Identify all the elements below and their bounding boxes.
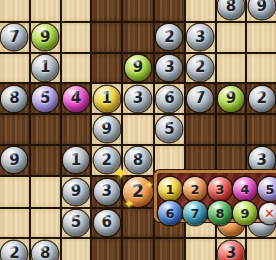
picker-digit: 7	[190, 207, 199, 220]
picker-digit: 3	[215, 183, 224, 196]
board-cell-r1c0[interactable]: 7	[0, 23, 29, 52]
marble-2[interactable]: 2	[249, 86, 275, 112]
marble-digit: 3	[256, 153, 266, 168]
picker-number-5[interactable]: 5	[258, 177, 276, 201]
board-cell-r4c0[interactable]	[0, 115, 29, 144]
marble-digit: 6	[164, 91, 174, 106]
board-cell-r0c2[interactable]	[62, 0, 91, 21]
board-cell-r1c7[interactable]	[217, 23, 246, 52]
board-cell-r8c7[interactable]: 3	[217, 239, 246, 260]
marble-2[interactable]: 2	[1, 241, 27, 260]
board-cell-r2c2[interactable]	[62, 54, 91, 83]
marble-digit: 3	[133, 91, 143, 106]
board-cell-r6c1[interactable]	[31, 177, 60, 207]
marble-9[interactable]: 9	[63, 179, 89, 205]
marble-digit: 5	[71, 215, 81, 230]
board-cell-r8c3[interactable]	[92, 239, 121, 260]
board-cell-r8c2[interactable]	[62, 239, 91, 260]
board-cell-r4c3[interactable]: 9	[92, 115, 121, 144]
board-cell-r2c7[interactable]	[217, 54, 246, 83]
picker-close-button[interactable]: ✕	[259, 203, 276, 224]
board-cell-r2c8[interactable]	[247, 54, 276, 83]
board-cell-r8c8[interactable]	[247, 239, 276, 260]
marble-8[interactable]: 8	[125, 147, 151, 173]
board-cell-r3c4[interactable]: 3	[123, 84, 153, 113]
marble-digit: 9	[226, 91, 236, 106]
marble-1[interactable]: 1	[32, 55, 58, 81]
marble-9[interactable]: 9	[125, 55, 151, 81]
marble-digit: 7	[9, 30, 19, 45]
picker-number-2[interactable]: 2	[183, 177, 207, 201]
board-cell-r0c5[interactable]	[155, 0, 184, 21]
board-cell-r7c3[interactable]: 6	[92, 209, 121, 238]
picker-number-1[interactable]: 1	[158, 177, 182, 201]
board-cell-r0c7[interactable]: 8	[217, 0, 246, 21]
marble-1[interactable]: 1	[63, 147, 89, 173]
marble-digit: 7	[195, 91, 205, 106]
marble-4[interactable]: 4	[63, 86, 89, 112]
board-cell-r2c3[interactable]	[92, 54, 121, 83]
picker-number-9[interactable]: 9	[233, 201, 257, 225]
board-cell-r5c1[interactable]	[31, 146, 60, 175]
board-cell-r7c2[interactable]: 5	[62, 209, 91, 238]
marble-digit: 2	[195, 60, 205, 75]
board-cell-r7c1[interactable]	[31, 209, 60, 238]
marble-digit: 3	[226, 246, 236, 260]
board-cell-r8c1[interactable]: 8	[31, 239, 60, 260]
marble-7[interactable]: 7	[1, 24, 27, 50]
board-cell-r3c8[interactable]: 2	[247, 84, 276, 113]
board-cell-r1c4[interactable]	[123, 23, 153, 52]
board-cell-r3c7[interactable]: 9	[217, 84, 246, 113]
marble-digit: 2	[132, 183, 144, 200]
marble-3[interactable]: 3	[156, 55, 182, 81]
board-cell-r3c3[interactable]: 1	[92, 84, 121, 113]
board-cell-r2c6[interactable]: 2	[186, 54, 215, 83]
number-picker: 123456789✕	[154, 170, 276, 222]
marble-3[interactable]: 3	[125, 86, 151, 112]
marble-digit: 2	[256, 91, 266, 106]
picker-digit: 4	[240, 183, 249, 196]
board-cell-r1c1[interactable]: 9	[31, 23, 60, 52]
board-cell-r5c4[interactable]: 8	[123, 146, 153, 175]
board-cell-r2c0[interactable]	[0, 54, 29, 83]
picker-number-3[interactable]: 3	[208, 177, 232, 201]
marble-digit: 5	[40, 91, 50, 106]
picker-digit: 2	[190, 183, 199, 196]
board-cell-r7c0[interactable]	[0, 209, 29, 238]
marble-digit: 8	[226, 0, 236, 14]
board-cell-r3c0[interactable]: 8	[0, 84, 29, 113]
board-cell-r0c3[interactable]	[92, 0, 121, 21]
board-cell-r0c1[interactable]	[31, 0, 60, 21]
board-cell-r4c7[interactable]	[217, 115, 246, 144]
marble-digit: 8	[9, 91, 19, 106]
marble-digit: 3	[195, 30, 205, 45]
picker-number-6[interactable]: 6	[158, 201, 182, 225]
board-cell-r0c8[interactable]: 9	[247, 0, 276, 21]
marble-2[interactable]: 2	[156, 24, 182, 50]
marble-9[interactable]: 9	[94, 116, 120, 142]
marble-1[interactable]: 1	[94, 86, 120, 112]
board-cell-r4c4[interactable]	[123, 115, 153, 144]
picker-number-4[interactable]: 4	[233, 177, 257, 201]
board-cell-r1c2[interactable]	[62, 23, 91, 52]
picker-digit: 9	[240, 207, 249, 220]
marble-digit: 9	[40, 30, 50, 45]
marble-5[interactable]: 5	[63, 210, 89, 236]
marble-digit: 9	[71, 184, 81, 199]
marble-9[interactable]: 9	[249, 0, 275, 19]
board-cell-r2c5[interactable]: 3	[155, 54, 184, 83]
marble-digit: 1	[71, 153, 81, 168]
board-cell-r6c4[interactable]: 2✦✦✦	[123, 177, 153, 207]
marble-digit: 3	[101, 184, 111, 199]
board-cell-r2c1[interactable]: 1	[31, 54, 60, 83]
board-cell-r0c4[interactable]	[123, 0, 153, 21]
marble-8[interactable]: 8	[1, 86, 27, 112]
marble-digit: 1	[101, 91, 111, 106]
marble-6[interactable]: 6	[94, 210, 120, 236]
marble-9[interactable]: 9	[32, 24, 58, 50]
board-cell-r6c0[interactable]	[0, 177, 29, 207]
board-cell-r5c2[interactable]: 1	[62, 146, 91, 175]
board-cell-r3c6[interactable]: 7	[186, 84, 215, 113]
board-cell-r1c5[interactable]: 2	[155, 23, 184, 52]
picker-digit: 8	[215, 207, 224, 220]
board-cell-r2c4[interactable]: 9	[123, 54, 153, 83]
picker-number-7[interactable]: 7	[183, 201, 207, 225]
board-cell-r4c5[interactable]: 5	[155, 115, 184, 144]
marble-8[interactable]: 8	[32, 241, 58, 260]
selected-marble-2[interactable]: 2✦✦✦	[123, 177, 153, 207]
board-cell-r4c1[interactable]	[31, 115, 60, 144]
board-cell-r1c8[interactable]	[247, 23, 276, 52]
board-cell-r3c2[interactable]: 4	[62, 84, 91, 113]
marble-6[interactable]: 6	[156, 86, 182, 112]
board-cell-r8c0[interactable]: 2	[0, 239, 29, 260]
board-cell-r4c8[interactable]	[247, 115, 276, 144]
marble-digit: 2	[9, 246, 19, 260]
picker-number-8[interactable]: 8	[208, 201, 232, 225]
picker-digit: 5	[265, 183, 274, 196]
marble-9[interactable]: 9	[1, 147, 27, 173]
marble-digit: 9	[133, 60, 143, 75]
marble-5[interactable]: 5	[32, 86, 58, 112]
marble-digit: 2	[101, 153, 111, 168]
marble-digit: 9	[101, 122, 111, 137]
board-cell-r6c3[interactable]: 3	[92, 177, 121, 207]
marble-2[interactable]: 2	[187, 55, 213, 81]
marble-8[interactable]: 8	[218, 0, 244, 19]
picker-digit: 6	[165, 207, 174, 220]
marble-digit: 2	[164, 30, 174, 45]
marble-2[interactable]: 2	[94, 147, 120, 173]
board-cell-r0c0[interactable]	[0, 0, 29, 21]
board-cell-r8c5[interactable]	[155, 239, 184, 260]
marble-9[interactable]: 9	[218, 86, 244, 112]
marble-digit: 1	[40, 60, 50, 75]
marble-3[interactable]: 3	[94, 179, 120, 205]
board-cell-r4c6[interactable]	[186, 115, 215, 144]
board-cell-r7c4[interactable]	[123, 209, 153, 238]
close-x-icon: ✕	[264, 207, 275, 220]
marble-digit: 4	[71, 91, 81, 106]
board-cell-r1c3[interactable]	[92, 23, 121, 52]
sudoku-game-screen: 89792319328541367929591283932✦✦✦56283 12…	[0, 0, 276, 260]
board-cell-r8c4[interactable]	[123, 239, 153, 260]
board-cell-r3c5[interactable]: 6	[155, 84, 184, 113]
board-cell-r5c0[interactable]: 9	[0, 146, 29, 175]
board-cell-r5c3[interactable]: 2	[92, 146, 121, 175]
sparkle-icon: ✦	[145, 180, 153, 190]
marble-digit: 3	[164, 60, 174, 75]
marble-digit: 5	[164, 122, 174, 137]
board-cell-r3c1[interactable]: 5	[31, 84, 60, 113]
marble-digit: 8	[133, 153, 143, 168]
marble-5[interactable]: 5	[156, 116, 182, 142]
marble-7[interactable]: 7	[187, 86, 213, 112]
board-cell-r6c2[interactable]: 9	[62, 177, 91, 207]
board-cell-r4c2[interactable]	[62, 115, 91, 144]
marble-digit: 6	[101, 215, 111, 230]
board-cell-r8c6[interactable]	[186, 239, 215, 260]
marble-digit: 8	[40, 246, 50, 260]
picker-digit: 1	[165, 183, 174, 196]
board-cell-r1c6[interactable]: 3	[186, 23, 215, 52]
marble-digit: 9	[256, 0, 266, 14]
marble-3[interactable]: 3	[218, 241, 244, 260]
marble-digit: 9	[9, 153, 19, 168]
marble-3[interactable]: 3	[187, 24, 213, 50]
board-cell-r0c6[interactable]	[186, 0, 215, 21]
